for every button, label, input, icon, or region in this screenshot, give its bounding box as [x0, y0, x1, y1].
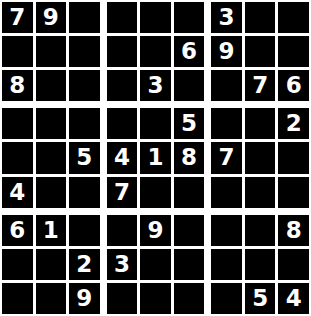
sudoku-cell-r2c4[interactable]	[107, 36, 138, 67]
sudoku-cell-r7c4[interactable]	[107, 215, 138, 246]
sudoku-cell-r9c1[interactable]	[2, 283, 33, 314]
sudoku-box-r1c2: 63	[107, 2, 205, 101]
sudoku-cell-r2c7[interactable]: 9	[211, 36, 242, 67]
sudoku-cell-r3c9[interactable]: 6	[278, 70, 309, 101]
sudoku-cell-r5c6[interactable]: 8	[174, 142, 205, 173]
sudoku-cell-r6c6[interactable]	[174, 177, 205, 208]
sudoku-board: 798633976545418727612993854	[0, 0, 311, 316]
sudoku-cell-r5c1[interactable]	[2, 142, 33, 173]
sudoku-cell-r1c5[interactable]	[140, 2, 171, 33]
sudoku-cell-r2c6[interactable]: 6	[174, 36, 205, 67]
sudoku-cell-r6c1[interactable]: 4	[2, 177, 33, 208]
sudoku-cell-r9c4[interactable]	[107, 283, 138, 314]
sudoku-cell-r9c9[interactable]: 4	[278, 283, 309, 314]
sudoku-box-r2c2: 54187	[107, 108, 205, 207]
sudoku-cell-r3c8[interactable]: 7	[245, 70, 276, 101]
sudoku-cell-r3c6[interactable]	[174, 70, 205, 101]
sudoku-cell-r5c7[interactable]: 7	[211, 142, 242, 173]
sudoku-cell-r9c7[interactable]	[211, 283, 242, 314]
sudoku-cell-r2c1[interactable]	[2, 36, 33, 67]
sudoku-cell-r4c8[interactable]	[245, 108, 276, 139]
sudoku-cell-r4c5[interactable]	[140, 108, 171, 139]
sudoku-cell-r8c3[interactable]: 2	[69, 249, 100, 280]
sudoku-cell-r1c9[interactable]	[278, 2, 309, 33]
sudoku-cell-r7c2[interactable]: 1	[36, 215, 67, 246]
sudoku-cell-r6c7[interactable]	[211, 177, 242, 208]
sudoku-cell-r6c4[interactable]: 7	[107, 177, 138, 208]
sudoku-cell-r4c1[interactable]	[2, 108, 33, 139]
sudoku-cell-r9c6[interactable]	[174, 283, 205, 314]
sudoku-cell-r7c6[interactable]	[174, 215, 205, 246]
sudoku-cell-r2c3[interactable]	[69, 36, 100, 67]
sudoku-cell-r8c9[interactable]	[278, 249, 309, 280]
sudoku-box-r2c3: 27	[211, 108, 309, 207]
sudoku-cell-r2c2[interactable]	[36, 36, 67, 67]
sudoku-cell-r8c2[interactable]	[36, 249, 67, 280]
sudoku-cell-r7c3[interactable]	[69, 215, 100, 246]
sudoku-cell-r8c5[interactable]	[140, 249, 171, 280]
sudoku-cell-r7c1[interactable]: 6	[2, 215, 33, 246]
sudoku-cell-r1c3[interactable]	[69, 2, 100, 33]
sudoku-box-r3c1: 6129	[2, 215, 100, 314]
sudoku-cell-r5c2[interactable]	[36, 142, 67, 173]
sudoku-cell-r3c1[interactable]: 8	[2, 70, 33, 101]
sudoku-cell-r8c7[interactable]	[211, 249, 242, 280]
sudoku-cell-r7c5[interactable]: 9	[140, 215, 171, 246]
sudoku-cell-r6c3[interactable]	[69, 177, 100, 208]
sudoku-cell-r2c9[interactable]	[278, 36, 309, 67]
sudoku-cell-r1c6[interactable]	[174, 2, 205, 33]
sudoku-cell-r9c8[interactable]: 5	[245, 283, 276, 314]
sudoku-cell-r9c2[interactable]	[36, 283, 67, 314]
sudoku-cell-r3c7[interactable]	[211, 70, 242, 101]
sudoku-cell-r5c4[interactable]: 4	[107, 142, 138, 173]
sudoku-cell-r5c5[interactable]: 1	[140, 142, 171, 173]
sudoku-cell-r6c5[interactable]	[140, 177, 171, 208]
sudoku-cell-r7c9[interactable]: 8	[278, 215, 309, 246]
sudoku-cell-r3c2[interactable]	[36, 70, 67, 101]
sudoku-box-r1c3: 3976	[211, 2, 309, 101]
sudoku-cell-r3c4[interactable]	[107, 70, 138, 101]
sudoku-cell-r3c5[interactable]: 3	[140, 70, 171, 101]
sudoku-cell-r9c3[interactable]: 9	[69, 283, 100, 314]
sudoku-cell-r1c4[interactable]	[107, 2, 138, 33]
sudoku-box-r2c1: 54	[2, 108, 100, 207]
sudoku-cell-r1c2[interactable]: 9	[36, 2, 67, 33]
sudoku-box-r1c1: 798	[2, 2, 100, 101]
sudoku-cell-r6c2[interactable]	[36, 177, 67, 208]
sudoku-cell-r9c5[interactable]	[140, 283, 171, 314]
sudoku-cell-r5c9[interactable]	[278, 142, 309, 173]
sudoku-cell-r4c2[interactable]	[36, 108, 67, 139]
sudoku-cell-r2c5[interactable]	[140, 36, 171, 67]
sudoku-cell-r1c7[interactable]: 3	[211, 2, 242, 33]
sudoku-cell-r8c8[interactable]	[245, 249, 276, 280]
sudoku-cell-r8c1[interactable]	[2, 249, 33, 280]
sudoku-cell-r8c6[interactable]	[174, 249, 205, 280]
sudoku-cell-r7c7[interactable]	[211, 215, 242, 246]
sudoku-cell-r3c3[interactable]	[69, 70, 100, 101]
sudoku-cell-r4c6[interactable]: 5	[174, 108, 205, 139]
sudoku-box-r3c2: 93	[107, 215, 205, 314]
sudoku-cell-r5c8[interactable]	[245, 142, 276, 173]
sudoku-cell-r7c8[interactable]	[245, 215, 276, 246]
sudoku-cell-r4c9[interactable]: 2	[278, 108, 309, 139]
sudoku-cell-r6c9[interactable]	[278, 177, 309, 208]
sudoku-cell-r4c4[interactable]	[107, 108, 138, 139]
sudoku-cell-r2c8[interactable]	[245, 36, 276, 67]
sudoku-cell-r8c4[interactable]: 3	[107, 249, 138, 280]
sudoku-cell-r4c3[interactable]	[69, 108, 100, 139]
sudoku-cell-r4c7[interactable]	[211, 108, 242, 139]
sudoku-cell-r6c8[interactable]	[245, 177, 276, 208]
sudoku-cell-r1c1[interactable]: 7	[2, 2, 33, 33]
sudoku-box-r3c3: 854	[211, 215, 309, 314]
sudoku-cell-r1c8[interactable]	[245, 2, 276, 33]
sudoku-cell-r5c3[interactable]: 5	[69, 142, 100, 173]
